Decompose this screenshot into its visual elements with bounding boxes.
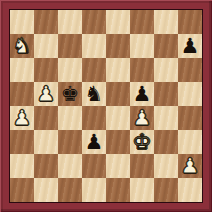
square-d4[interactable]: [82, 106, 106, 130]
square-f1[interactable]: [130, 178, 154, 202]
square-f7[interactable]: [130, 34, 154, 58]
black-pawn[interactable]: ♟: [178, 34, 202, 58]
square-a2[interactable]: [10, 154, 34, 178]
white-king[interactable]: ♚: [130, 130, 154, 154]
square-f2[interactable]: [130, 154, 154, 178]
square-d2[interactable]: [82, 154, 106, 178]
square-a3[interactable]: [10, 130, 34, 154]
square-c6[interactable]: [58, 58, 82, 82]
square-b3[interactable]: [34, 130, 58, 154]
square-c7[interactable]: [58, 34, 82, 58]
square-b8[interactable]: [34, 10, 58, 34]
square-b4[interactable]: [34, 106, 58, 130]
square-d3[interactable]: ♟: [82, 130, 106, 154]
square-c1[interactable]: [58, 178, 82, 202]
square-c4[interactable]: [58, 106, 82, 130]
square-e6[interactable]: [106, 58, 130, 82]
square-h7[interactable]: ♟: [178, 34, 202, 58]
white-knight[interactable]: ♞: [10, 34, 34, 58]
square-e4[interactable]: [106, 106, 130, 130]
square-g7[interactable]: [154, 34, 178, 58]
square-a5[interactable]: [10, 82, 34, 106]
square-b6[interactable]: [34, 58, 58, 82]
square-d7[interactable]: [82, 34, 106, 58]
square-a6[interactable]: [10, 58, 34, 82]
square-h5[interactable]: [178, 82, 202, 106]
square-e3[interactable]: [106, 130, 130, 154]
square-g1[interactable]: [154, 178, 178, 202]
square-h4[interactable]: [178, 106, 202, 130]
square-f6[interactable]: [130, 58, 154, 82]
square-a4[interactable]: ♟: [10, 106, 34, 130]
white-pawn[interactable]: ♟: [10, 106, 34, 130]
board-frame: ♞♟♟♚♞♟♟♟♟♚♟: [0, 0, 212, 212]
black-pawn[interactable]: ♟: [82, 130, 106, 154]
square-c8[interactable]: [58, 10, 82, 34]
square-e2[interactable]: [106, 154, 130, 178]
square-c5[interactable]: ♚: [58, 82, 82, 106]
white-pawn[interactable]: ♟: [178, 154, 202, 178]
square-e7[interactable]: [106, 34, 130, 58]
square-g6[interactable]: [154, 58, 178, 82]
square-h1[interactable]: [178, 178, 202, 202]
square-b1[interactable]: [34, 178, 58, 202]
black-pawn[interactable]: ♟: [130, 82, 154, 106]
square-d8[interactable]: [82, 10, 106, 34]
square-g3[interactable]: [154, 130, 178, 154]
square-g8[interactable]: [154, 10, 178, 34]
square-e8[interactable]: [106, 10, 130, 34]
square-f8[interactable]: [130, 10, 154, 34]
square-c2[interactable]: [58, 154, 82, 178]
black-king[interactable]: ♚: [58, 82, 82, 106]
square-g2[interactable]: [154, 154, 178, 178]
square-f3[interactable]: ♚: [130, 130, 154, 154]
square-f5[interactable]: ♟: [130, 82, 154, 106]
square-a8[interactable]: [10, 10, 34, 34]
square-d5[interactable]: ♞: [82, 82, 106, 106]
square-d1[interactable]: [82, 178, 106, 202]
square-h8[interactable]: [178, 10, 202, 34]
square-a7[interactable]: ♞: [10, 34, 34, 58]
square-d6[interactable]: [82, 58, 106, 82]
square-b7[interactable]: [34, 34, 58, 58]
square-c3[interactable]: [58, 130, 82, 154]
black-knight[interactable]: ♞: [82, 82, 106, 106]
square-b2[interactable]: [34, 154, 58, 178]
white-pawn[interactable]: ♟: [34, 82, 58, 106]
square-h2[interactable]: ♟: [178, 154, 202, 178]
square-h6[interactable]: [178, 58, 202, 82]
square-e1[interactable]: [106, 178, 130, 202]
square-g5[interactable]: [154, 82, 178, 106]
square-a1[interactable]: [10, 178, 34, 202]
square-f4[interactable]: ♟: [130, 106, 154, 130]
square-h3[interactable]: [178, 130, 202, 154]
square-g4[interactable]: [154, 106, 178, 130]
chess-board: ♞♟♟♚♞♟♟♟♟♚♟: [9, 9, 203, 203]
square-e5[interactable]: [106, 82, 130, 106]
square-b5[interactable]: ♟: [34, 82, 58, 106]
white-pawn[interactable]: ♟: [130, 106, 154, 130]
